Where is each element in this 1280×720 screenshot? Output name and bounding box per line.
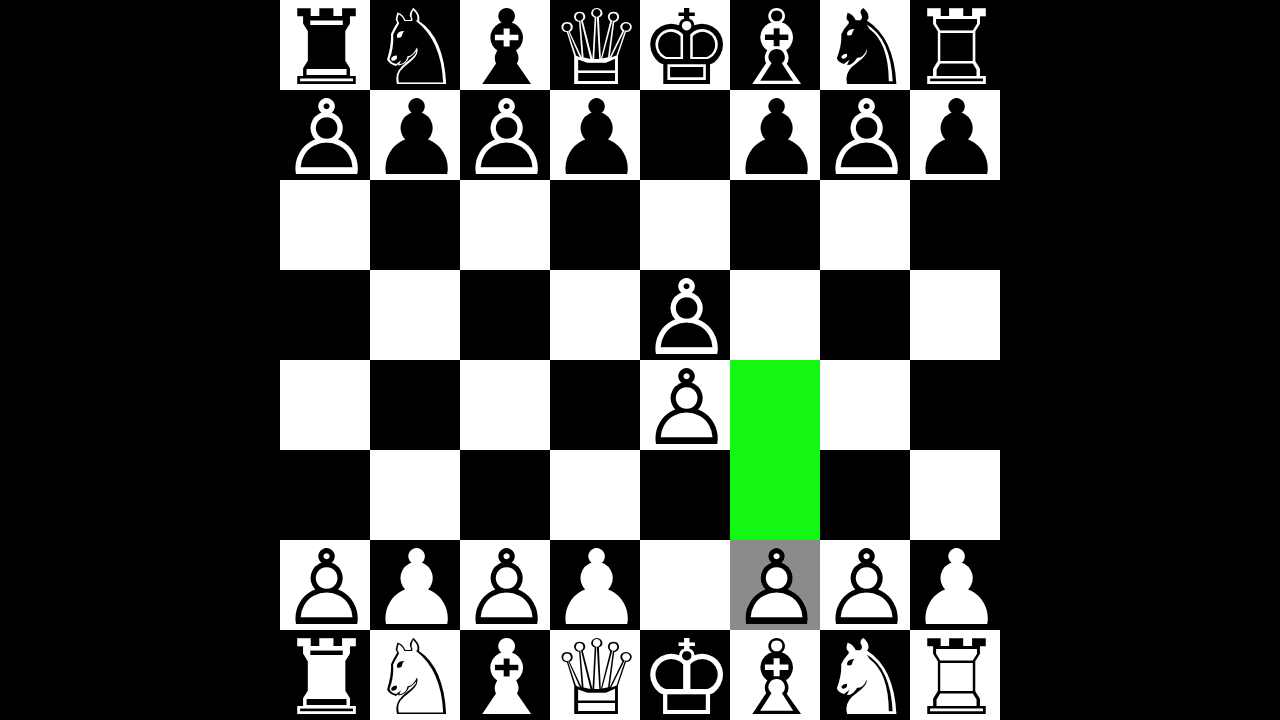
black-rook-icon: ♖ <box>910 3 1000 90</box>
square-b6[interactable] <box>370 180 460 270</box>
square-a2[interactable]: ♙ <box>280 540 370 630</box>
square-e1[interactable]: ♔ <box>640 630 730 720</box>
square-f1[interactable]: ♗ <box>730 630 820 720</box>
square-b3[interactable] <box>370 450 460 540</box>
square-g6[interactable] <box>820 180 910 270</box>
square-e8[interactable]: ♚ <box>640 0 730 90</box>
square-a5[interactable] <box>280 270 370 360</box>
black-bishop-icon: ♗ <box>730 3 820 90</box>
black-bishop-icon: ♝ <box>460 3 550 90</box>
white-queen-icon: ♕ <box>550 633 640 720</box>
white-pawn-icon: ♟ <box>550 543 640 630</box>
square-c5[interactable] <box>460 270 550 360</box>
square-a1[interactable]: ♜ <box>280 630 370 720</box>
square-b4[interactable] <box>370 360 460 450</box>
black-pawn-icon: ♟ <box>910 93 1000 180</box>
square-h1[interactable]: ♖ <box>910 630 1000 720</box>
square-b1[interactable]: ♘ <box>370 630 460 720</box>
square-c3[interactable] <box>460 450 550 540</box>
square-g5[interactable] <box>820 270 910 360</box>
square-h8[interactable]: ♖ <box>910 0 1000 90</box>
black-knight-icon: ♞ <box>820 3 910 90</box>
square-g1[interactable]: ♞ <box>820 630 910 720</box>
white-bishop-icon: ♗ <box>730 633 820 720</box>
white-rook-icon: ♖ <box>910 633 1000 720</box>
square-g4[interactable] <box>820 360 910 450</box>
square-d5[interactable] <box>550 270 640 360</box>
black-pawn-icon: ♟ <box>550 93 640 180</box>
square-d4[interactable] <box>550 360 640 450</box>
square-f2[interactable]: ♟♙ <box>730 540 820 630</box>
game-stage: ♜♘♝♕♚♗♞♖♙♟♙♟♟♙♟♙♙♙♟♙♟♟♙♙♟♜♘♝♕♔♗♞♖ <box>0 0 1280 720</box>
square-e7[interactable] <box>640 90 730 180</box>
black-rook-icon: ♜ <box>280 3 370 90</box>
white-pawn-icon: ♟ <box>730 543 820 630</box>
square-f3[interactable] <box>730 450 820 540</box>
black-pawn-icon: ♙ <box>460 93 550 180</box>
white-pawn-icon: ♙ <box>640 363 730 450</box>
square-e3[interactable] <box>640 450 730 540</box>
square-e2[interactable] <box>640 540 730 630</box>
square-b5[interactable] <box>370 270 460 360</box>
square-f4[interactable] <box>730 360 820 450</box>
black-pawn-icon: ♙ <box>640 273 730 360</box>
square-h4[interactable] <box>910 360 1000 450</box>
square-h6[interactable] <box>910 180 1000 270</box>
square-b2[interactable]: ♟ <box>370 540 460 630</box>
white-bishop-icon: ♝ <box>460 633 550 720</box>
square-a6[interactable] <box>280 180 370 270</box>
square-g7[interactable]: ♙ <box>820 90 910 180</box>
square-c6[interactable] <box>460 180 550 270</box>
square-g8[interactable]: ♞ <box>820 0 910 90</box>
black-pawn-icon: ♟ <box>730 93 820 180</box>
black-king-icon: ♚ <box>640 3 730 90</box>
square-f5[interactable] <box>730 270 820 360</box>
chess-board: ♜♘♝♕♚♗♞♖♙♟♙♟♟♙♟♙♙♙♟♙♟♟♙♙♟♜♘♝♕♔♗♞♖ <box>280 0 1000 720</box>
square-e5[interactable]: ♙ <box>640 270 730 360</box>
square-g3[interactable] <box>820 450 910 540</box>
square-h7[interactable]: ♟ <box>910 90 1000 180</box>
square-h2[interactable]: ♟ <box>910 540 1000 630</box>
white-knight-icon: ♞ <box>820 633 910 720</box>
square-d8[interactable]: ♕ <box>550 0 640 90</box>
black-knight-icon: ♘ <box>370 3 460 90</box>
square-e6[interactable] <box>640 180 730 270</box>
square-d3[interactable] <box>550 450 640 540</box>
white-pawn-icon: ♟ <box>910 543 1000 630</box>
square-c2[interactable]: ♙ <box>460 540 550 630</box>
square-f7[interactable]: ♟ <box>730 90 820 180</box>
square-c1[interactable]: ♝ <box>460 630 550 720</box>
square-b7[interactable]: ♟ <box>370 90 460 180</box>
square-h5[interactable] <box>910 270 1000 360</box>
square-b8[interactable]: ♘ <box>370 0 460 90</box>
square-d6[interactable] <box>550 180 640 270</box>
square-a3[interactable] <box>280 450 370 540</box>
square-f8[interactable]: ♗ <box>730 0 820 90</box>
white-pawn-icon: ♙ <box>820 543 910 630</box>
black-pawn-icon: ♙ <box>280 93 370 180</box>
square-a7[interactable]: ♙ <box>280 90 370 180</box>
black-pawn-icon: ♙ <box>820 93 910 180</box>
square-a4[interactable] <box>280 360 370 450</box>
square-c8[interactable]: ♝ <box>460 0 550 90</box>
white-rook-icon: ♜ <box>280 633 370 720</box>
square-c7[interactable]: ♙ <box>460 90 550 180</box>
square-e4[interactable]: ♙ <box>640 360 730 450</box>
square-d7[interactable]: ♟ <box>550 90 640 180</box>
white-pawn-icon: ♙ <box>460 543 550 630</box>
square-a8[interactable]: ♜ <box>280 0 370 90</box>
square-d2[interactable]: ♟ <box>550 540 640 630</box>
black-pawn-icon: ♟ <box>370 93 460 180</box>
black-queen-icon: ♕ <box>550 3 640 90</box>
square-g2[interactable]: ♙ <box>820 540 910 630</box>
square-f6[interactable] <box>730 180 820 270</box>
square-h3[interactable] <box>910 450 1000 540</box>
square-c4[interactable] <box>460 360 550 450</box>
square-d1[interactable]: ♕ <box>550 630 640 720</box>
white-pawn-icon: ♟ <box>370 543 460 630</box>
white-knight-icon: ♘ <box>370 633 460 720</box>
white-pawn-outline-icon: ♙ <box>730 543 820 630</box>
white-king-icon: ♔ <box>640 633 730 720</box>
white-pawn-icon: ♙ <box>280 543 370 630</box>
